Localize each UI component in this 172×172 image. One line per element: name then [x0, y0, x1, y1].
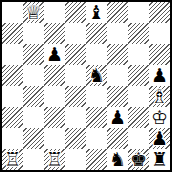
square-f2[interactable] — [107, 128, 128, 149]
piece-black-knight: ♞ — [109, 149, 126, 170]
square-c7[interactable] — [44, 23, 65, 44]
square-c8[interactable] — [44, 2, 65, 23]
piece-black-pawn: ♟ — [151, 65, 168, 86]
square-f8[interactable] — [107, 2, 128, 23]
square-h6[interactable] — [149, 44, 170, 65]
square-c5[interactable] — [44, 65, 65, 86]
square-e3[interactable] — [86, 107, 107, 128]
square-a5[interactable] — [2, 65, 23, 86]
square-a6[interactable] — [2, 44, 23, 65]
square-d3[interactable] — [65, 107, 86, 128]
square-d1[interactable] — [65, 149, 86, 170]
chess-board: ♕♝♟♞♟♗♟♔♟♖♖♞♚♜ — [0, 0, 172, 172]
piece-black-king: ♚ — [130, 149, 147, 170]
square-f6[interactable] — [107, 44, 128, 65]
square-e5[interactable]: ♞ — [86, 65, 107, 86]
square-d2[interactable] — [65, 128, 86, 149]
square-h8[interactable] — [149, 2, 170, 23]
piece-black-knight: ♞ — [88, 65, 105, 86]
square-h4[interactable]: ♗ — [149, 86, 170, 107]
square-a3[interactable] — [2, 107, 23, 128]
square-b7[interactable] — [23, 23, 44, 44]
square-b8[interactable]: ♕ — [23, 2, 44, 23]
square-e7[interactable] — [86, 23, 107, 44]
square-e6[interactable] — [86, 44, 107, 65]
square-a2[interactable] — [2, 128, 23, 149]
square-g2[interactable] — [128, 128, 149, 149]
square-b5[interactable] — [23, 65, 44, 86]
piece-black-pawn: ♟ — [109, 107, 126, 128]
square-a7[interactable] — [2, 23, 23, 44]
square-a4[interactable] — [2, 86, 23, 107]
square-d4[interactable] — [65, 86, 86, 107]
square-h2[interactable]: ♟ — [149, 128, 170, 149]
square-g4[interactable] — [128, 86, 149, 107]
square-e8[interactable]: ♝ — [86, 2, 107, 23]
square-e4[interactable] — [86, 86, 107, 107]
square-h7[interactable] — [149, 23, 170, 44]
square-b4[interactable] — [23, 86, 44, 107]
piece-black-pawn: ♟ — [151, 128, 168, 149]
square-d7[interactable] — [65, 23, 86, 44]
square-h1[interactable]: ♜ — [149, 149, 170, 170]
square-d8[interactable] — [65, 2, 86, 23]
square-a8[interactable] — [2, 2, 23, 23]
square-e1[interactable] — [86, 149, 107, 170]
square-h5[interactable]: ♟ — [149, 65, 170, 86]
piece-white-bishop: ♗ — [151, 86, 168, 107]
piece-white-rook: ♖ — [4, 149, 21, 170]
piece-black-bishop: ♝ — [88, 2, 105, 23]
square-c3[interactable] — [44, 107, 65, 128]
square-b6[interactable] — [23, 44, 44, 65]
square-d5[interactable] — [65, 65, 86, 86]
square-g8[interactable] — [128, 2, 149, 23]
square-g6[interactable] — [128, 44, 149, 65]
square-c6[interactable]: ♟ — [44, 44, 65, 65]
piece-black-pawn: ♟ — [46, 44, 63, 65]
square-f3[interactable]: ♟ — [107, 107, 128, 128]
piece-white-queen: ♕ — [25, 2, 42, 23]
square-b3[interactable] — [23, 107, 44, 128]
square-c2[interactable] — [44, 128, 65, 149]
square-g1[interactable]: ♚ — [128, 149, 149, 170]
square-f4[interactable] — [107, 86, 128, 107]
square-c1[interactable]: ♖ — [44, 149, 65, 170]
chess-diagram: ♕♝♟♞♟♗♟♔♟♖♖♞♚♜ — [0, 0, 172, 172]
square-g3[interactable] — [128, 107, 149, 128]
square-f1[interactable]: ♞ — [107, 149, 128, 170]
piece-black-rook: ♜ — [151, 149, 168, 170]
square-h3[interactable]: ♔ — [149, 107, 170, 128]
square-e2[interactable] — [86, 128, 107, 149]
square-c4[interactable] — [44, 86, 65, 107]
square-b1[interactable] — [23, 149, 44, 170]
square-a1[interactable]: ♖ — [2, 149, 23, 170]
piece-white-king: ♔ — [151, 107, 168, 128]
square-g5[interactable] — [128, 65, 149, 86]
piece-white-rook: ♖ — [46, 149, 63, 170]
square-f7[interactable] — [107, 23, 128, 44]
square-g7[interactable] — [128, 23, 149, 44]
square-f5[interactable] — [107, 65, 128, 86]
square-d6[interactable] — [65, 44, 86, 65]
square-b2[interactable] — [23, 128, 44, 149]
